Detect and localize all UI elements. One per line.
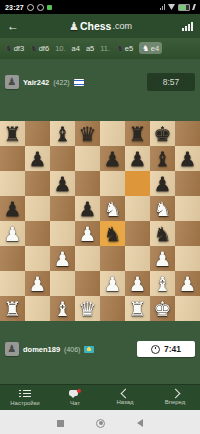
player-clock: 7:41	[137, 341, 195, 357]
chesscom-logo: ♟ Chess .com	[19, 20, 182, 33]
black-knight-e4[interactable]: ♞	[104, 224, 122, 244]
app-screen: 23:27 ← ♟ Chess .com ♞df3♞df610.a4a511.♞…	[0, 0, 200, 434]
square-b5[interactable]	[25, 196, 50, 221]
white-bishop-g2[interactable]: ♝	[154, 274, 172, 294]
opponent-avatar[interactable]: ♟	[5, 75, 19, 89]
square-f8[interactable]: ♜	[125, 121, 150, 146]
connection-bars-icon[interactable]	[182, 21, 193, 31]
settings-list-icon	[19, 390, 31, 398]
square-a1[interactable]: ♜	[0, 296, 25, 321]
square-c3[interactable]: ♟	[50, 246, 75, 271]
cell-signal-icon	[160, 4, 166, 10]
square-g7[interactable]: ♝	[150, 146, 175, 171]
nav-item-back[interactable]: Назад	[100, 385, 150, 410]
black-rook-a8[interactable]: ♜	[4, 124, 22, 144]
square-c8[interactable]: ♝	[50, 121, 75, 146]
black-pawn-f7[interactable]: ♟	[129, 149, 147, 169]
square-f7[interactable]: ♟	[125, 146, 150, 171]
black-bishop-c8[interactable]: ♝	[54, 124, 72, 144]
nav-label: Настройки	[10, 400, 39, 406]
player-clock-time: 7:41	[164, 344, 181, 354]
opponent-row: ♟ Yair242 (422) 8:57	[0, 73, 200, 91]
knight-figurine-icon: ♞	[5, 43, 13, 53]
app-header: ← ♟ Chess .com	[0, 14, 200, 38]
move-list[interactable]: ♞df3♞df610.a4a511.♞e5♞e4	[0, 38, 200, 59]
back-triangle-icon[interactable]	[137, 419, 143, 427]
square-h7[interactable]: ♟	[175, 146, 200, 171]
black-pawn-h7[interactable]: ♟	[179, 149, 197, 169]
black-pawn-c6[interactable]: ♟	[54, 174, 72, 194]
black-king-g8[interactable]: ♚	[154, 124, 172, 144]
square-d3[interactable]	[75, 246, 100, 271]
white-pawn-c3[interactable]: ♟	[54, 249, 72, 269]
square-a4[interactable]: ♟	[0, 221, 25, 246]
nav-item-chat[interactable]: Чат	[50, 385, 100, 410]
square-g2[interactable]: ♝	[150, 271, 175, 296]
move-df3[interactable]: ♞df3	[5, 43, 24, 53]
square-e5[interactable]: ♞	[100, 196, 125, 221]
square-b7[interactable]: ♟	[25, 146, 50, 171]
charging-icon	[192, 4, 196, 10]
square-h8[interactable]	[175, 121, 200, 146]
square-d8[interactable]: ♛	[75, 121, 100, 146]
home-circle-icon[interactable]	[96, 419, 105, 428]
player-name[interactable]: domen189	[23, 345, 60, 354]
white-knight-e5[interactable]: ♞	[104, 199, 122, 219]
move-a5[interactable]: a5	[86, 44, 94, 53]
move-number: 10.	[55, 44, 65, 53]
square-e7[interactable]: ♟	[100, 146, 125, 171]
square-f6[interactable]	[125, 171, 150, 196]
move-e5[interactable]: ♞e5	[116, 43, 133, 53]
square-a3[interactable]	[0, 246, 25, 271]
square-d2[interactable]	[75, 271, 100, 296]
logo-suffix: .com	[112, 21, 132, 31]
move-e4[interactable]: ♞e4	[139, 42, 162, 54]
status-bar-left: 23:27	[5, 4, 52, 11]
android-nav-bar	[0, 410, 200, 434]
knight-figurine-icon: ♞	[116, 43, 124, 53]
opponent-name[interactable]: Yair242	[23, 78, 49, 87]
square-b6[interactable]	[25, 171, 50, 196]
square-a2[interactable]	[0, 271, 25, 296]
black-queen-d8[interactable]: ♛	[79, 124, 97, 144]
square-b3[interactable]	[25, 246, 50, 271]
opponent-clock-time: 8:57	[163, 77, 180, 87]
white-bishop-c1[interactable]: ♝	[54, 299, 72, 319]
avatar-pawn-icon: ♟	[8, 344, 17, 354]
square-c6[interactable]: ♟	[50, 171, 75, 196]
move-df6[interactable]: ♞df6	[30, 43, 49, 53]
back-arrow-icon[interactable]: ←	[7, 20, 19, 32]
square-g6[interactable]: ♟	[150, 171, 175, 196]
player-row: ♟ domen189 (406) 7:41	[0, 341, 200, 357]
square-h6[interactable]	[175, 171, 200, 196]
black-knight-g4[interactable]: ♞	[154, 224, 172, 244]
chevron-right-icon	[170, 389, 180, 399]
black-pawn-g6[interactable]: ♟	[154, 174, 172, 194]
square-e8[interactable]	[100, 121, 125, 146]
status-bar-right	[160, 4, 196, 11]
avatar-pawn-icon: ♟	[8, 77, 17, 87]
white-king-g1[interactable]: ♚	[154, 299, 172, 319]
chat-icon	[69, 389, 81, 398]
white-knight-g5[interactable]: ♞	[154, 199, 172, 219]
square-e3[interactable]	[100, 246, 125, 271]
status-time: 23:27	[5, 4, 24, 11]
square-a8[interactable]: ♜	[0, 121, 25, 146]
square-c4[interactable]	[50, 221, 75, 246]
black-pawn-b7[interactable]: ♟	[29, 149, 47, 169]
square-f3[interactable]	[125, 246, 150, 271]
clock-face-icon	[151, 345, 160, 354]
square-d7[interactable]	[75, 146, 100, 171]
square-d6[interactable]	[75, 171, 100, 196]
white-pawn-h2[interactable]: ♟	[179, 274, 197, 294]
opponent-rating: (422)	[53, 79, 69, 86]
chess-board[interactable]: ♜♝♛♜♚♟♟♟♝♟♟♟♟♟♞♞♟♟♞♞♟♟♟♟♟♝♟♜♝♛♜♚	[0, 121, 200, 321]
square-a6[interactable]	[0, 171, 25, 196]
black-pawn-d5[interactable]: ♟	[79, 199, 97, 219]
white-rook-a1[interactable]: ♜	[4, 299, 22, 319]
square-h4[interactable]	[175, 221, 200, 246]
black-rook-f8[interactable]: ♜	[129, 124, 147, 144]
square-a7[interactable]	[0, 146, 25, 171]
opponent-area: ♟ Yair242 (422) 8:57	[0, 59, 200, 121]
status-bar: 23:27	[0, 0, 200, 14]
square-f1[interactable]: ♜	[125, 296, 150, 321]
square-c2[interactable]	[50, 271, 75, 296]
nav-label: Вперед	[165, 399, 186, 405]
smartwatch-icon	[27, 4, 34, 11]
square-g5[interactable]: ♞	[150, 196, 175, 221]
logo-text: Chess	[80, 20, 112, 32]
player-avatar[interactable]: ♟	[5, 342, 19, 356]
white-pawn-g3[interactable]: ♟	[154, 249, 172, 269]
white-pawn-b2[interactable]: ♟	[29, 274, 47, 294]
move-a4[interactable]: a4	[72, 44, 80, 53]
square-e2[interactable]: ♟	[100, 271, 125, 296]
square-g1[interactable]: ♚	[150, 296, 175, 321]
knight-figurine-icon: ♞	[142, 43, 150, 53]
kazakhstan-flag-icon	[84, 346, 94, 353]
square-e1[interactable]	[100, 296, 125, 321]
square-c7[interactable]	[50, 146, 75, 171]
black-pawn-e7[interactable]: ♟	[104, 149, 122, 169]
square-d1[interactable]: ♛	[75, 296, 100, 321]
square-g3[interactable]: ♟	[150, 246, 175, 271]
white-pawn-f2[interactable]: ♟	[129, 274, 147, 294]
black-bishop-g7[interactable]: ♝	[154, 149, 172, 169]
square-h5[interactable]	[175, 196, 200, 221]
chesscom-pawn-logo-icon: ♟	[69, 20, 79, 33]
white-queen-d1[interactable]: ♛	[79, 299, 97, 319]
square-b8[interactable]	[25, 121, 50, 146]
wifi-icon	[168, 4, 175, 10]
recents-square-icon[interactable]	[57, 420, 64, 427]
square-b1[interactable]	[25, 296, 50, 321]
white-pawn-d4[interactable]: ♟	[79, 224, 97, 244]
nav-label: Чат	[70, 400, 80, 406]
white-pawn-a4[interactable]: ♟	[4, 224, 22, 244]
white-pawn-e2[interactable]: ♟	[104, 274, 122, 294]
square-f5[interactable]	[125, 196, 150, 221]
knight-figurine-icon: ♞	[30, 43, 38, 53]
square-b4[interactable]	[25, 221, 50, 246]
square-b2[interactable]: ♟	[25, 271, 50, 296]
bottom-nav: Настройки Чат Назад Вперед	[0, 384, 200, 410]
nav-item-settings[interactable]: Настройки	[0, 385, 50, 410]
player-rating: (406)	[64, 346, 80, 353]
move-number: 11.	[100, 44, 110, 53]
square-c5[interactable]	[50, 196, 75, 221]
square-d5[interactable]: ♟	[75, 196, 100, 221]
white-rook-f1[interactable]: ♜	[129, 299, 147, 319]
square-e4[interactable]: ♞	[100, 221, 125, 246]
alarm-icon	[37, 4, 44, 11]
israel-flag-icon	[74, 79, 84, 86]
player-area: ♟ domen189 (406) 7:41	[0, 321, 200, 384]
app-notification-icon	[47, 5, 52, 10]
square-f2[interactable]: ♟	[125, 271, 150, 296]
square-h3[interactable]	[175, 246, 200, 271]
square-h1[interactable]	[175, 296, 200, 321]
square-c1[interactable]: ♝	[50, 296, 75, 321]
opponent-clock: 8:57	[147, 73, 195, 91]
square-h2[interactable]: ♟	[175, 271, 200, 296]
nav-item-forward[interactable]: Вперед	[150, 385, 200, 410]
square-d4[interactable]: ♟	[75, 221, 100, 246]
chevron-left-icon	[120, 389, 130, 399]
square-e6[interactable]	[100, 171, 125, 196]
square-f4[interactable]	[125, 221, 150, 246]
square-g8[interactable]: ♚	[150, 121, 175, 146]
square-a5[interactable]: ♟	[0, 196, 25, 221]
chat-badge	[77, 389, 81, 393]
black-pawn-a5[interactable]: ♟	[4, 199, 22, 219]
square-g4[interactable]: ♞	[150, 221, 175, 246]
nav-label: Назад	[116, 399, 133, 405]
battery-icon	[178, 4, 190, 11]
